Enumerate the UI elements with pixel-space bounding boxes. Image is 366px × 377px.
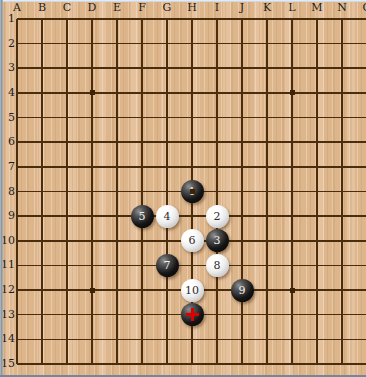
intersection-I13[interactable] xyxy=(205,302,230,327)
intersection-O4[interactable] xyxy=(355,81,366,106)
stone-move-number: 7 xyxy=(164,260,171,271)
intersection-N13[interactable] xyxy=(330,302,355,327)
stone-black-move-5-F9: 5 xyxy=(131,205,154,228)
intersection-E5[interactable] xyxy=(105,105,130,130)
intersection-J8[interactable] xyxy=(230,179,255,204)
intersection-H12[interactable]: 10 xyxy=(180,278,205,303)
intersection-C12[interactable] xyxy=(55,278,80,303)
intersection-D14[interactable] xyxy=(80,327,105,352)
intersection-B8[interactable] xyxy=(30,179,55,204)
intersection-G2[interactable] xyxy=(155,31,180,56)
intersection-L15[interactable] xyxy=(280,352,305,377)
intersection-H15[interactable] xyxy=(180,352,205,377)
intersection-K11[interactable] xyxy=(255,253,280,278)
intersection-H3[interactable] xyxy=(180,56,205,81)
col-label-M: M xyxy=(309,1,325,14)
intersection-F9[interactable]: 5 xyxy=(130,204,155,229)
intersection-D9[interactable] xyxy=(80,204,105,229)
intersection-F14[interactable] xyxy=(130,327,155,352)
intersection-E14[interactable] xyxy=(105,327,130,352)
stone-black-move-9-J12: 9 xyxy=(231,279,254,302)
stone-move-number: 9 xyxy=(239,285,246,296)
stone-white-move-6-H10: 6 xyxy=(181,229,204,252)
stone-move-number: 2 xyxy=(214,211,221,222)
intersection-J13[interactable] xyxy=(230,302,255,327)
intersection-F10[interactable] xyxy=(130,228,155,253)
intersection-G8[interactable] xyxy=(155,179,180,204)
intersection-I8[interactable] xyxy=(205,179,230,204)
panel-edge-left xyxy=(0,0,3,377)
intersection-K8[interactable] xyxy=(255,179,280,204)
intersection-L9[interactable] xyxy=(280,204,305,229)
intersection-D5[interactable] xyxy=(80,105,105,130)
intersection-F6[interactable] xyxy=(130,130,155,155)
intersection-O13[interactable] xyxy=(355,302,366,327)
intersection-B13[interactable] xyxy=(30,302,55,327)
intersection-O8[interactable] xyxy=(355,179,366,204)
intersection-G4[interactable] xyxy=(155,81,180,106)
go-board-grid: 15426378109 xyxy=(5,7,366,377)
intersection-G3[interactable] xyxy=(155,56,180,81)
intersection-H4[interactable] xyxy=(180,81,205,106)
stone-white-move-8-I11: 8 xyxy=(206,254,229,277)
col-label-F: F xyxy=(134,1,150,14)
intersection-F5[interactable] xyxy=(130,105,155,130)
intersection-M7[interactable] xyxy=(305,155,330,180)
intersection-E7[interactable] xyxy=(105,155,130,180)
intersection-D8[interactable] xyxy=(80,179,105,204)
stone-move-number: 6 xyxy=(189,235,196,246)
intersection-C2[interactable] xyxy=(55,31,80,56)
intersection-D15[interactable] xyxy=(80,352,105,377)
col-label-B: B xyxy=(34,1,50,14)
intersection-K12[interactable] xyxy=(255,278,280,303)
intersection-I7[interactable] xyxy=(205,155,230,180)
intersection-I9[interactable]: 2 xyxy=(205,204,230,229)
intersection-C11[interactable] xyxy=(55,253,80,278)
intersection-M11[interactable] xyxy=(305,253,330,278)
intersection-O11[interactable] xyxy=(355,253,366,278)
intersection-N3[interactable] xyxy=(330,56,355,81)
intersection-C5[interactable] xyxy=(55,105,80,130)
intersection-E2[interactable] xyxy=(105,31,130,56)
intersection-D13[interactable] xyxy=(80,302,105,327)
intersection-H14[interactable] xyxy=(180,327,205,352)
intersection-N15[interactable] xyxy=(330,352,355,377)
col-label-G: G xyxy=(159,1,175,14)
intersection-L8[interactable] xyxy=(280,179,305,204)
intersection-E12[interactable] xyxy=(105,278,130,303)
intersection-C9[interactable] xyxy=(55,204,80,229)
intersection-E13[interactable] xyxy=(105,302,130,327)
intersection-B3[interactable] xyxy=(30,56,55,81)
intersection-N8[interactable] xyxy=(330,179,355,204)
intersection-G10[interactable] xyxy=(155,228,180,253)
stone-move-number: 10 xyxy=(185,285,199,296)
intersection-M4[interactable] xyxy=(305,81,330,106)
intersection-K15[interactable] xyxy=(255,352,280,377)
intersection-I3[interactable] xyxy=(205,56,230,81)
col-label-E: E xyxy=(109,1,125,14)
intersection-I15[interactable] xyxy=(205,352,230,377)
intersection-N4[interactable] xyxy=(330,81,355,106)
intersection-J5[interactable] xyxy=(230,105,255,130)
last-move-cross-icon xyxy=(185,307,200,322)
intersection-H2[interactable] xyxy=(180,31,205,56)
intersection-L13[interactable] xyxy=(280,302,305,327)
intersection-B5[interactable] xyxy=(30,105,55,130)
stone-white-move-4-G9: 4 xyxy=(156,205,179,228)
intersection-K14[interactable] xyxy=(255,327,280,352)
intersection-J12[interactable]: 9 xyxy=(230,278,255,303)
intersection-K7[interactable] xyxy=(255,155,280,180)
col-label-I: I xyxy=(209,1,225,14)
intersection-F12[interactable] xyxy=(130,278,155,303)
intersection-M3[interactable] xyxy=(305,56,330,81)
intersection-J9[interactable] xyxy=(230,204,255,229)
intersection-G12[interactable] xyxy=(155,278,180,303)
intersection-C13[interactable] xyxy=(55,302,80,327)
intersection-J4[interactable] xyxy=(230,81,255,106)
intersection-J7[interactable] xyxy=(230,155,255,180)
intersection-N11[interactable] xyxy=(330,253,355,278)
intersection-E6[interactable] xyxy=(105,130,130,155)
intersection-M8[interactable] xyxy=(305,179,330,204)
star-point-L12 xyxy=(290,288,295,293)
intersection-H11[interactable] xyxy=(180,253,205,278)
intersection-O15[interactable] xyxy=(355,352,366,377)
intersection-I12[interactable] xyxy=(205,278,230,303)
intersection-K4[interactable] xyxy=(255,81,280,106)
gomoku-board-panel: 15426378109 ABCDEFGHIJKLMNO 123456789101… xyxy=(0,0,366,377)
stone-move-number: 4 xyxy=(164,211,171,222)
intersection-M14[interactable] xyxy=(305,327,330,352)
intersection-C8[interactable] xyxy=(55,179,80,204)
intersection-G11[interactable]: 7 xyxy=(155,253,180,278)
intersection-E4[interactable] xyxy=(105,81,130,106)
stone-move-number: 8 xyxy=(214,260,221,271)
intersection-B15[interactable] xyxy=(30,352,55,377)
intersection-B7[interactable] xyxy=(30,155,55,180)
intersection-L14[interactable] xyxy=(280,327,305,352)
intersection-M15[interactable] xyxy=(305,352,330,377)
intersection-M5[interactable] xyxy=(305,105,330,130)
intersection-O5[interactable] xyxy=(355,105,366,130)
intersection-O12[interactable] xyxy=(355,278,366,303)
stone-white-move-2-I9: 2 xyxy=(206,205,229,228)
intersection-I10[interactable]: 3 xyxy=(205,228,230,253)
col-label-N: N xyxy=(334,1,350,14)
intersection-L6[interactable] xyxy=(280,130,305,155)
intersection-K2[interactable] xyxy=(255,31,280,56)
intersection-L5[interactable] xyxy=(280,105,305,130)
intersection-D6[interactable] xyxy=(80,130,105,155)
col-label-J: J xyxy=(234,1,250,14)
intersection-J3[interactable] xyxy=(230,56,255,81)
star-point-L4 xyxy=(290,90,295,95)
intersection-B6[interactable] xyxy=(30,130,55,155)
intersection-C4[interactable] xyxy=(55,81,80,106)
intersection-E15[interactable] xyxy=(105,352,130,377)
intersection-I5[interactable] xyxy=(205,105,230,130)
intersection-I6[interactable] xyxy=(205,130,230,155)
stone-move-number: 3 xyxy=(214,235,221,246)
intersection-D7[interactable] xyxy=(80,155,105,180)
intersection-O10[interactable] xyxy=(355,228,366,253)
intersection-C7[interactable] xyxy=(55,155,80,180)
intersection-F8[interactable] xyxy=(130,179,155,204)
intersection-O6[interactable] xyxy=(355,130,366,155)
intersection-J10[interactable] xyxy=(230,228,255,253)
intersection-C15[interactable] xyxy=(55,352,80,377)
intersection-G15[interactable] xyxy=(155,352,180,377)
panel-edge-top xyxy=(0,0,366,2)
stone-white-move-10-H12: 10 xyxy=(181,279,204,302)
intersection-K10[interactable] xyxy=(255,228,280,253)
star-point-D4 xyxy=(90,90,95,95)
col-label-C: C xyxy=(59,1,75,14)
intersection-L10[interactable] xyxy=(280,228,305,253)
intersection-F13[interactable] xyxy=(130,302,155,327)
intersection-H13[interactable] xyxy=(180,302,205,327)
intersection-N9[interactable] xyxy=(330,204,355,229)
intersection-L3[interactable] xyxy=(280,56,305,81)
col-label-L: L xyxy=(284,1,300,14)
intersection-B14[interactable] xyxy=(30,327,55,352)
col-label-D: D xyxy=(84,1,100,14)
intersection-M2[interactable] xyxy=(305,31,330,56)
star-point-H8 xyxy=(190,189,195,194)
col-label-H: H xyxy=(184,1,200,14)
intersection-H5[interactable] xyxy=(180,105,205,130)
intersection-B9[interactable] xyxy=(30,204,55,229)
intersection-K6[interactable] xyxy=(255,130,280,155)
intersection-D10[interactable] xyxy=(80,228,105,253)
intersection-G5[interactable] xyxy=(155,105,180,130)
intersection-F11[interactable] xyxy=(130,253,155,278)
intersection-H9[interactable] xyxy=(180,204,205,229)
intersection-N2[interactable] xyxy=(330,31,355,56)
intersection-O9[interactable] xyxy=(355,204,366,229)
stone-black-move-3-I10: 3 xyxy=(206,229,229,252)
intersection-M6[interactable] xyxy=(305,130,330,155)
intersection-K5[interactable] xyxy=(255,105,280,130)
intersection-O7[interactable] xyxy=(355,155,366,180)
intersection-E3[interactable] xyxy=(105,56,130,81)
intersection-M12[interactable] xyxy=(305,278,330,303)
intersection-D11[interactable] xyxy=(80,253,105,278)
intersection-K3[interactable] xyxy=(255,56,280,81)
intersection-N5[interactable] xyxy=(330,105,355,130)
intersection-I14[interactable] xyxy=(205,327,230,352)
intersection-N10[interactable] xyxy=(330,228,355,253)
stone-black-move-7-G11: 7 xyxy=(156,254,179,277)
intersection-C14[interactable] xyxy=(55,327,80,352)
intersection-I4[interactable] xyxy=(205,81,230,106)
intersection-E9[interactable] xyxy=(105,204,130,229)
intersection-N6[interactable] xyxy=(330,130,355,155)
intersection-O14[interactable] xyxy=(355,327,366,352)
intersection-K13[interactable] xyxy=(255,302,280,327)
intersection-B2[interactable] xyxy=(30,31,55,56)
intersection-E8[interactable] xyxy=(105,179,130,204)
intersection-N14[interactable] xyxy=(330,327,355,352)
intersection-C3[interactable] xyxy=(55,56,80,81)
intersection-M13[interactable] xyxy=(305,302,330,327)
intersection-O2[interactable] xyxy=(355,31,366,56)
intersection-G6[interactable] xyxy=(155,130,180,155)
intersection-D3[interactable] xyxy=(80,56,105,81)
intersection-F2[interactable] xyxy=(130,31,155,56)
intersection-D2[interactable] xyxy=(80,31,105,56)
intersection-M9[interactable] xyxy=(305,204,330,229)
intersection-F4[interactable] xyxy=(130,81,155,106)
intersection-B12[interactable] xyxy=(30,278,55,303)
intersection-H10[interactable]: 6 xyxy=(180,228,205,253)
intersection-L7[interactable] xyxy=(280,155,305,180)
intersection-G9[interactable]: 4 xyxy=(155,204,180,229)
intersection-C10[interactable] xyxy=(55,228,80,253)
intersection-B4[interactable] xyxy=(30,81,55,106)
intersection-K9[interactable] xyxy=(255,204,280,229)
intersection-J15[interactable] xyxy=(230,352,255,377)
intersection-M10[interactable] xyxy=(305,228,330,253)
intersection-L2[interactable] xyxy=(280,31,305,56)
intersection-J6[interactable] xyxy=(230,130,255,155)
col-label-K: K xyxy=(259,1,275,14)
stone-move-number: 5 xyxy=(139,211,146,222)
intersection-G14[interactable] xyxy=(155,327,180,352)
intersection-E11[interactable] xyxy=(105,253,130,278)
intersection-G7[interactable] xyxy=(155,155,180,180)
intersection-J14[interactable] xyxy=(230,327,255,352)
intersection-F3[interactable] xyxy=(130,56,155,81)
intersection-I11[interactable]: 8 xyxy=(205,253,230,278)
intersection-H7[interactable] xyxy=(180,155,205,180)
intersection-L11[interactable] xyxy=(280,253,305,278)
intersection-N12[interactable] xyxy=(330,278,355,303)
intersection-I2[interactable] xyxy=(205,31,230,56)
intersection-J11[interactable] xyxy=(230,253,255,278)
col-label-O: O xyxy=(359,1,366,14)
intersection-H6[interactable] xyxy=(180,130,205,155)
intersection-C6[interactable] xyxy=(55,130,80,155)
intersection-B10[interactable] xyxy=(30,228,55,253)
intersection-O3[interactable] xyxy=(355,56,366,81)
intersection-J2[interactable] xyxy=(230,31,255,56)
intersection-F7[interactable] xyxy=(130,155,155,180)
intersection-F15[interactable] xyxy=(130,352,155,377)
intersection-B11[interactable] xyxy=(30,253,55,278)
intersection-E10[interactable] xyxy=(105,228,130,253)
star-point-D12 xyxy=(90,288,95,293)
intersection-N7[interactable] xyxy=(330,155,355,180)
stone-black-move-11-H13 xyxy=(181,303,204,326)
intersection-G13[interactable] xyxy=(155,302,180,327)
